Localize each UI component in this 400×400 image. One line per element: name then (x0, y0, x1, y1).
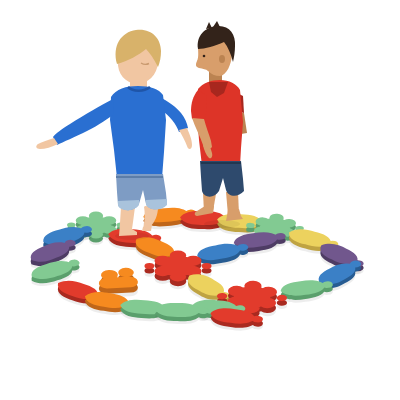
child-right (191, 21, 247, 228)
child-right-ear (219, 55, 225, 63)
child-right-shorts (200, 161, 244, 197)
balance-path (25, 206, 370, 334)
child-left-front-hand (36, 138, 58, 149)
child-left-front-sleeve (53, 99, 114, 145)
product-photo (0, 0, 400, 400)
path-piece-layer (97, 267, 139, 288)
child-left-right-leg (119, 207, 137, 236)
product-photo-canvas (0, 0, 400, 400)
child-right-floor-shadow (204, 220, 240, 228)
child-left-torso (110, 86, 166, 178)
child-right-front-sleeve (191, 90, 207, 120)
child-right-back-foot (226, 209, 243, 221)
child-right-eye (203, 55, 206, 58)
child-left-back-hand (179, 128, 192, 149)
